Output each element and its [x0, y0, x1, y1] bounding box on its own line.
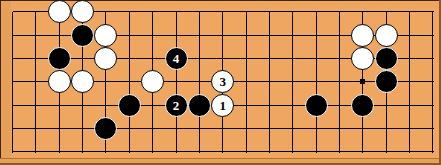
white-stone-c16r3	[351, 47, 374, 70]
black-stone-c17r4	[375, 70, 398, 93]
grid-line-horizontal-6	[13, 128, 434, 129]
grid-line-horizontal-7	[13, 151, 434, 152]
white-stone-c16r2	[351, 24, 374, 47]
black-stone-c5r6	[94, 117, 117, 140]
white-stone-c3r1	[48, 0, 71, 23]
white-stone-c3r4	[48, 70, 71, 93]
board-frame-left-edge	[0, 0, 1, 165]
white-stone-c10r4: 3	[211, 70, 234, 93]
black-stone-c16r5	[351, 94, 374, 117]
black-stone-c4r2	[71, 24, 94, 47]
move-number-label: 1	[219, 99, 226, 112]
black-stone-c14r5	[305, 94, 328, 117]
move-number-label: 4	[173, 52, 180, 65]
white-stone-c5r3	[94, 47, 117, 70]
move-number-label: 3	[219, 75, 226, 88]
black-stone-c9r5	[188, 94, 211, 117]
black-stone-c8r3: 4	[165, 47, 188, 70]
move-number-label: 2	[173, 99, 180, 112]
white-stone-c4r1	[71, 0, 94, 23]
black-stone-c17r3	[375, 47, 398, 70]
white-stone-c10r5: 1	[211, 94, 234, 117]
black-stone-c8r5: 2	[165, 94, 188, 117]
white-stone-c7r4	[141, 70, 164, 93]
white-stone-c4r4	[71, 70, 94, 93]
white-stone-c17r2	[375, 24, 398, 47]
black-stone-c3r3	[48, 47, 71, 70]
black-stone-c6r5	[118, 94, 141, 117]
board-frame-left-strip	[1, 1, 11, 164]
go-board-diagram: 4321	[0, 0, 441, 165]
white-stone-c5r2	[94, 24, 117, 47]
board-frame-bottom-edge	[0, 163, 441, 165]
star-point	[360, 79, 365, 84]
board-frame-top-edge	[0, 0, 441, 1]
